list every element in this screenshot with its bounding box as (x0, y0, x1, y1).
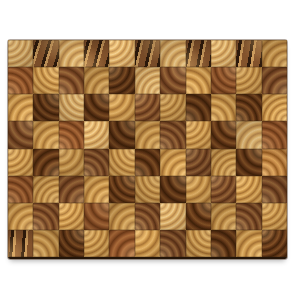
board-cell (33, 203, 58, 230)
cutting-board (8, 40, 287, 259)
board-cell (262, 230, 287, 257)
board-cell (186, 94, 211, 121)
board-cell (109, 121, 134, 148)
board-cell (186, 149, 211, 176)
board-cell (109, 230, 134, 257)
board-cell (186, 203, 211, 230)
board-cell (186, 176, 211, 203)
board-cell (160, 40, 185, 67)
board-cell (8, 40, 33, 67)
board-cell (236, 67, 261, 94)
board-cell (135, 67, 160, 94)
board-cell (236, 94, 261, 121)
board-cell (135, 94, 160, 121)
board-cell (33, 94, 58, 121)
board-cell (262, 149, 287, 176)
board-cell (59, 40, 84, 67)
board-cell (186, 67, 211, 94)
board-cell (59, 203, 84, 230)
board-cell (8, 67, 33, 94)
board-cell (33, 149, 58, 176)
board-cell (262, 203, 287, 230)
board-cell (160, 203, 185, 230)
board-cell (160, 67, 185, 94)
board-cell (59, 149, 84, 176)
board-cell (211, 149, 236, 176)
board-cell (236, 203, 261, 230)
board-cell (236, 230, 261, 257)
board-cell (109, 176, 134, 203)
board-cell (211, 121, 236, 148)
board-cell (33, 121, 58, 148)
board-cell (211, 203, 236, 230)
board-cell (59, 67, 84, 94)
board-cell (135, 149, 160, 176)
board-cell (109, 94, 134, 121)
board-cell (59, 230, 84, 257)
board-cell (160, 176, 185, 203)
board-cell (236, 149, 261, 176)
board-cell (262, 176, 287, 203)
board-cell (160, 94, 185, 121)
board-cell (109, 67, 134, 94)
board-cell (84, 230, 109, 257)
board-cell (211, 230, 236, 257)
board-cell (262, 121, 287, 148)
board-cell (8, 230, 33, 257)
board-cell (59, 176, 84, 203)
board-cell (160, 149, 185, 176)
board-cell (84, 67, 109, 94)
board-cell (262, 67, 287, 94)
board-cell (262, 94, 287, 121)
board-cell (59, 121, 84, 148)
board-cell (33, 67, 58, 94)
board-cell (8, 176, 33, 203)
board-cell (135, 230, 160, 257)
board-cell (135, 40, 160, 67)
board-cell (109, 40, 134, 67)
board-cell (33, 230, 58, 257)
board-cell (8, 94, 33, 121)
board-cell (160, 121, 185, 148)
board-cell (186, 121, 211, 148)
board-cell (33, 176, 58, 203)
board-cell (236, 121, 261, 148)
board-cell (8, 149, 33, 176)
board-cell (236, 40, 261, 67)
board-cell (84, 121, 109, 148)
board-cell (8, 121, 33, 148)
board-cell (186, 40, 211, 67)
board-cell (262, 40, 287, 67)
board-cell (84, 94, 109, 121)
board-cell (84, 203, 109, 230)
board-cell (84, 176, 109, 203)
board-cell (109, 149, 134, 176)
board-cell (135, 176, 160, 203)
board-cell (211, 94, 236, 121)
board-cell (211, 40, 236, 67)
board-cell (33, 40, 58, 67)
board-cell (135, 203, 160, 230)
board-cell (186, 230, 211, 257)
board-cell (84, 40, 109, 67)
board-cell (211, 67, 236, 94)
board-cell (59, 94, 84, 121)
board-cell (84, 149, 109, 176)
board-cell (211, 176, 236, 203)
board-cell (160, 230, 185, 257)
product-photo (0, 0, 300, 300)
board-cell (236, 176, 261, 203)
board-cell (8, 203, 33, 230)
board-cell (109, 203, 134, 230)
board-cell (135, 121, 160, 148)
